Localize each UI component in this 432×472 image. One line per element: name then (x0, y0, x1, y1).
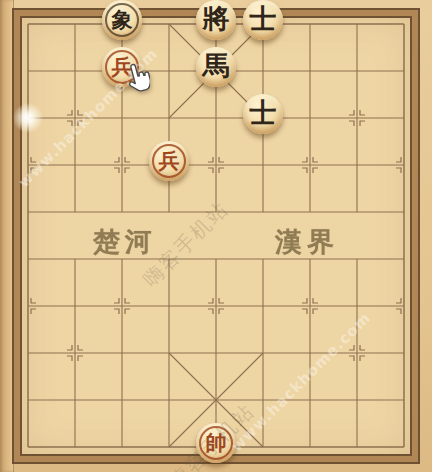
hand-cursor (120, 63, 150, 97)
piece-character: 帥 (206, 432, 227, 453)
piece-character: 將 (203, 5, 230, 32)
piece-character: 馬 (203, 52, 230, 79)
black-general[interactable]: 將 (196, 0, 236, 40)
glow-effect (13, 103, 43, 133)
red-general[interactable]: 帥 (196, 423, 236, 463)
red-soldier-center[interactable]: 兵 (149, 141, 189, 181)
river-label-right: 漢界 (275, 224, 339, 260)
piece-character: 兵 (159, 150, 180, 171)
black-advisor-back[interactable]: 士 (243, 0, 283, 40)
black-elephant[interactable]: 象 (102, 0, 142, 40)
xiangqi-board: 楚河 漢界 象將士兵馬士兵帥 www.hackhome.comwww.hackh… (0, 0, 432, 472)
river-label-left: 楚河 (93, 224, 157, 260)
black-advisor-front[interactable]: 士 (243, 94, 283, 134)
piece-character: 象 (112, 9, 133, 30)
black-horse[interactable]: 馬 (196, 47, 236, 87)
piece-character: 士 (250, 99, 277, 126)
piece-character: 士 (250, 5, 277, 32)
